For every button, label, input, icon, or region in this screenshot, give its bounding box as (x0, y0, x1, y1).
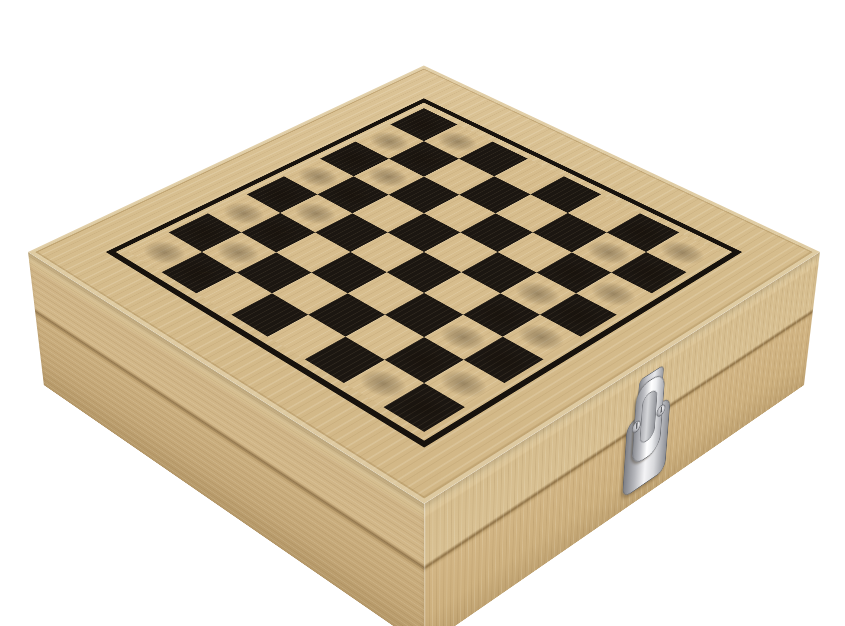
square-h8 (383, 383, 465, 432)
piece-shadow (391, 388, 457, 427)
piece-shadow (543, 256, 604, 289)
square-c7 (536, 252, 611, 293)
square-g7 (384, 337, 463, 383)
square-g3 (237, 252, 312, 293)
piece-shadow (431, 319, 494, 355)
piece-shadow (351, 364, 416, 402)
piece-shadow (509, 319, 572, 355)
square-h3 (196, 272, 272, 314)
square-f7 (424, 315, 502, 360)
square-d7 (500, 272, 576, 314)
square-e6 (424, 272, 500, 314)
square-h7 (344, 359, 425, 407)
square-f5 (348, 272, 424, 314)
piece-shadow (471, 341, 535, 378)
square-f8 (464, 337, 543, 383)
square-h5 (268, 315, 346, 360)
square-e8 (502, 315, 580, 360)
piece-shadow (546, 298, 609, 333)
piece-shadow (391, 341, 455, 378)
square-b8 (611, 252, 686, 293)
square-g6 (346, 315, 424, 360)
piece-shadow (583, 277, 645, 311)
piece-shadow (169, 256, 229, 289)
square-d8 (540, 293, 617, 337)
square-h2 (162, 252, 237, 293)
square-f6 (386, 293, 463, 337)
square-g5 (308, 293, 385, 337)
square-e7 (463, 293, 540, 337)
square-e5 (387, 252, 462, 293)
square-d6 (461, 252, 536, 293)
square-c8 (576, 272, 652, 314)
metal-latch (623, 358, 675, 499)
piece-shadow (431, 364, 496, 402)
square-g4 (272, 272, 348, 314)
chess-box-photo: ♜♟♟♜♞♟♟♞♝♟♟♝♛♟♟♛♚♟♟♚♝♟♟♝♞♟♟♞♜♟♟♜ (0, 0, 845, 626)
piece-shadow (469, 298, 531, 333)
square-g8 (424, 359, 505, 407)
square-h4 (231, 293, 308, 337)
square-f4 (312, 252, 387, 293)
piece-shadow (507, 277, 568, 311)
piece-shadow (618, 256, 679, 289)
square-h6 (305, 337, 384, 383)
